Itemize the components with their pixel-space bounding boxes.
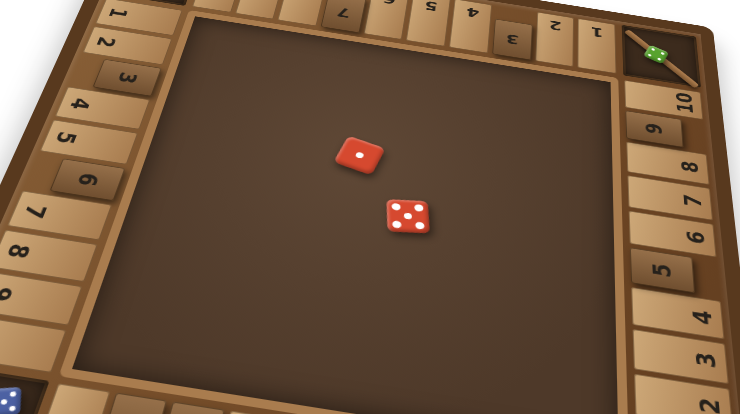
die-pip: [9, 406, 15, 412]
corner-tray-bottom-left: [0, 364, 50, 414]
die-pip: [354, 151, 365, 159]
tile-number: 7: [327, 1, 360, 24]
die-pip: [1, 399, 7, 405]
tile-number: 6: [374, 0, 406, 10]
shut-the-box-board: 12345678910 12345678910 12345678910 1234…: [0, 0, 740, 414]
tile-number: 8: [674, 153, 707, 181]
tile-number: 7: [676, 187, 710, 216]
tile-right-9[interactable]: 9: [625, 110, 684, 148]
die-pip: [392, 221, 401, 228]
tile-number: 9: [0, 276, 25, 312]
die-pip: [415, 222, 424, 229]
tile-number: 1: [99, 1, 137, 25]
tile-number: 3: [497, 27, 527, 51]
tile-number: 4: [457, 1, 487, 24]
die-pip: [660, 52, 664, 55]
die-pip: [657, 58, 661, 61]
die-pip: [651, 48, 655, 51]
blue-die-showing-5[interactable]: [0, 387, 21, 414]
tile-number: 6: [66, 164, 110, 195]
tile-top-4[interactable]: 4: [449, 0, 492, 53]
corner-tray-top-right: [622, 25, 701, 88]
tiles-right: 12345678910: [624, 80, 738, 414]
red-die-showing-1[interactable]: [334, 136, 386, 176]
tile-left-6[interactable]: 6: [49, 158, 125, 201]
tile-number: 6: [679, 222, 714, 253]
tile-number: 2: [691, 387, 731, 414]
photo-canvas: 12345678910 12345678910 12345678910 1234…: [0, 0, 740, 414]
tile-number: 4: [684, 300, 721, 334]
die-pip: [391, 203, 400, 210]
tile-number: 10: [0, 320, 7, 358]
tile-top-1[interactable]: 1: [578, 19, 617, 74]
tile-number: 3: [687, 342, 726, 378]
red-die-showing-5[interactable]: [386, 199, 429, 233]
tile-top-2[interactable]: 2: [535, 12, 574, 67]
tile-top-8[interactable]: 8: [278, 0, 328, 26]
die-pip: [403, 212, 412, 219]
die-pip: [648, 54, 652, 57]
tile-number: 5: [44, 123, 87, 152]
tile-number: 5: [415, 0, 446, 17]
tile-number: 2: [86, 30, 125, 55]
tile-top-6[interactable]: 6: [364, 0, 410, 40]
tile-top-7[interactable]: 7: [321, 0, 366, 33]
tile-left-3[interactable]: 3: [92, 59, 161, 96]
tile-top-5[interactable]: 5: [406, 0, 450, 47]
tile-number: 3: [107, 65, 147, 91]
tile-number: 10: [670, 90, 702, 115]
tile-number: 4: [58, 90, 100, 118]
tile-number: 7: [11, 195, 57, 227]
die-pip: [10, 391, 16, 397]
tile-top-3[interactable]: 3: [492, 19, 532, 60]
die-pip: [414, 204, 423, 211]
tile-number: 5: [645, 254, 681, 286]
tile-number: 8: [0, 234, 42, 268]
tile-right-5[interactable]: 5: [630, 248, 695, 294]
tile-number: 1: [583, 20, 612, 43]
tile-number: 2: [107, 408, 158, 414]
tile-number: 2: [541, 14, 570, 37]
tile-number: 9: [639, 116, 671, 143]
